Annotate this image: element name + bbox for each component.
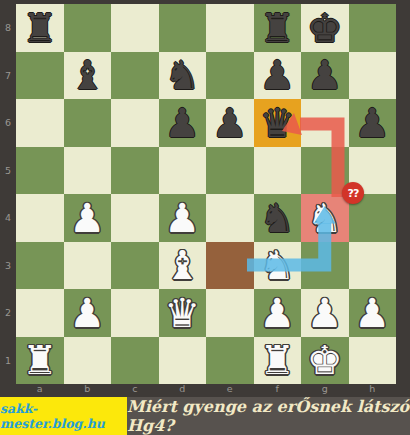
chess-board: ♜♜♚♝♞♟♟♟♟♛♟♟♟♞♞♝♞♟♛♟♟♟♜♜♚: [16, 4, 396, 384]
square-h8[interactable]: [349, 4, 397, 52]
blunder-badge: ??: [342, 182, 364, 204]
file-label-f: f: [254, 382, 302, 396]
rank-label-1: 1: [0, 337, 16, 385]
square-d3[interactable]: ♝: [159, 242, 207, 290]
white-pawn[interactable]: ♟: [254, 289, 302, 337]
square-g1[interactable]: ♚: [301, 337, 349, 385]
black-pawn[interactable]: ♟: [349, 99, 397, 147]
rank-label-7: 7: [0, 52, 16, 100]
file-label-d: d: [159, 382, 207, 396]
rank-label-8: 8: [0, 4, 16, 52]
square-c1[interactable]: [111, 337, 159, 385]
white-pawn[interactable]: ♟: [349, 289, 397, 337]
square-h1[interactable]: [349, 337, 397, 385]
file-label-g: g: [301, 382, 349, 396]
white-pawn[interactable]: ♟: [64, 194, 112, 242]
square-c4[interactable]: [111, 194, 159, 242]
square-e5[interactable]: [206, 147, 254, 195]
square-g7[interactable]: ♟: [301, 52, 349, 100]
square-b6[interactable]: [64, 99, 112, 147]
file-label-b: b: [64, 382, 112, 396]
white-pawn[interactable]: ♟: [301, 289, 349, 337]
square-b4[interactable]: ♟: [64, 194, 112, 242]
square-g4[interactable]: ♞: [301, 194, 349, 242]
square-a6[interactable]: [16, 99, 64, 147]
white-pawn[interactable]: ♟: [64, 289, 112, 337]
square-a8[interactable]: ♜: [16, 4, 64, 52]
square-g3[interactable]: [301, 242, 349, 290]
square-e3[interactable]: [206, 242, 254, 290]
rank-label-6: 6: [0, 99, 16, 147]
white-king[interactable]: ♚: [301, 337, 349, 385]
rank-label-3: 3: [0, 242, 16, 290]
black-pawn[interactable]: ♟: [159, 99, 207, 147]
black-pawn[interactable]: ♟: [254, 52, 302, 100]
square-b3[interactable]: [64, 242, 112, 290]
square-c6[interactable]: [111, 99, 159, 147]
square-g5[interactable]: [301, 147, 349, 195]
rank-label-2: 2: [0, 289, 16, 337]
square-g8[interactable]: ♚: [301, 4, 349, 52]
black-knight[interactable]: ♞: [159, 52, 207, 100]
square-f6[interactable]: ♛: [254, 99, 302, 147]
square-a1[interactable]: ♜: [16, 337, 64, 385]
square-c3[interactable]: [111, 242, 159, 290]
square-c8[interactable]: [111, 4, 159, 52]
square-f3[interactable]: ♞: [254, 242, 302, 290]
white-queen[interactable]: ♛: [159, 289, 207, 337]
file-label-c: c: [111, 382, 159, 396]
black-knight[interactable]: ♞: [254, 194, 302, 242]
black-rook[interactable]: ♜: [254, 4, 302, 52]
square-g2[interactable]: ♟: [301, 289, 349, 337]
square-b7[interactable]: ♝: [64, 52, 112, 100]
square-d2[interactable]: ♛: [159, 289, 207, 337]
file-label-a: a: [16, 382, 64, 396]
square-d1[interactable]: [159, 337, 207, 385]
square-d5[interactable]: [159, 147, 207, 195]
black-bishop[interactable]: ♝: [64, 52, 112, 100]
square-g6[interactable]: [301, 99, 349, 147]
white-bishop[interactable]: ♝: [159, 242, 207, 290]
square-c2[interactable]: [111, 289, 159, 337]
rank-label-4: 4: [0, 194, 16, 242]
square-f7[interactable]: ♟: [254, 52, 302, 100]
file-label-e: e: [206, 382, 254, 396]
square-a5[interactable]: [16, 147, 64, 195]
square-b5[interactable]: [64, 147, 112, 195]
chess-diagram: ♜♜♚♝♞♟♟♟♟♛♟♟♟♞♞♝♞♟♛♟♟♟♜♜♚ ?? abcdefgh876…: [0, 0, 410, 435]
square-h7[interactable]: [349, 52, 397, 100]
white-rook[interactable]: ♜: [16, 337, 64, 385]
square-c5[interactable]: [111, 147, 159, 195]
square-e6[interactable]: ♟: [206, 99, 254, 147]
black-pawn[interactable]: ♟: [206, 99, 254, 147]
black-rook[interactable]: ♜: [16, 4, 64, 52]
square-f4[interactable]: ♞: [254, 194, 302, 242]
square-e1[interactable]: [206, 337, 254, 385]
square-h6[interactable]: ♟: [349, 99, 397, 147]
square-a4[interactable]: [16, 194, 64, 242]
black-pawn[interactable]: ♟: [301, 52, 349, 100]
file-label-h: h: [349, 382, 397, 396]
square-e4[interactable]: [206, 194, 254, 242]
square-b2[interactable]: ♟: [64, 289, 112, 337]
square-d8[interactable]: [159, 4, 207, 52]
square-e2[interactable]: [206, 289, 254, 337]
square-d7[interactable]: ♞: [159, 52, 207, 100]
square-f5[interactable]: [254, 147, 302, 195]
square-a7[interactable]: [16, 52, 64, 100]
white-rook[interactable]: ♜: [254, 337, 302, 385]
square-b1[interactable]: [64, 337, 112, 385]
black-king[interactable]: ♚: [301, 4, 349, 52]
square-d6[interactable]: ♟: [159, 99, 207, 147]
square-f2[interactable]: ♟: [254, 289, 302, 337]
square-f8[interactable]: ♜: [254, 4, 302, 52]
square-f1[interactable]: ♜: [254, 337, 302, 385]
square-a3[interactable]: [16, 242, 64, 290]
square-e8[interactable]: [206, 4, 254, 52]
white-knight[interactable]: ♞: [254, 242, 302, 290]
white-pawn[interactable]: ♟: [159, 194, 207, 242]
caption-question: Miért gyenge az erŐsnek látszó Hg4?: [127, 397, 410, 435]
square-h2[interactable]: ♟: [349, 289, 397, 337]
rank-label-5: 5: [0, 147, 16, 195]
square-d4[interactable]: ♟: [159, 194, 207, 242]
caption-bar: sakk-mester.blog.hu Miért gyenge az erŐs…: [0, 397, 410, 435]
square-h3[interactable]: [349, 242, 397, 290]
square-b8[interactable]: [64, 4, 112, 52]
black-queen[interactable]: ♛: [254, 99, 302, 147]
square-e7[interactable]: [206, 52, 254, 100]
site-logo: sakk-mester.blog.hu: [0, 397, 127, 435]
square-c7[interactable]: [111, 52, 159, 100]
square-a2[interactable]: [16, 289, 64, 337]
white-knight[interactable]: ♞: [301, 194, 349, 242]
